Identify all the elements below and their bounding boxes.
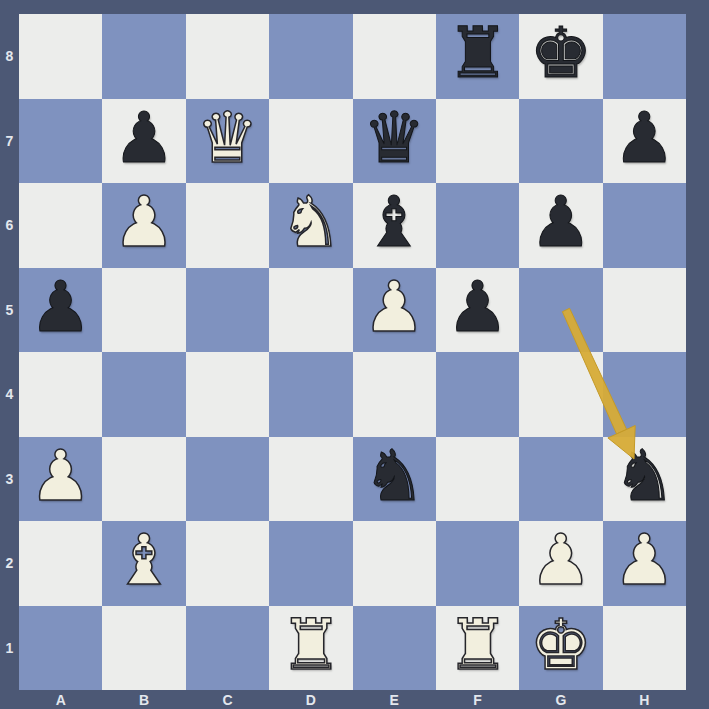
square-b7[interactable]: ♟ <box>102 99 185 184</box>
square-e3[interactable]: ♞ <box>353 437 436 522</box>
square-b5[interactable] <box>102 268 185 353</box>
square-h7[interactable]: ♟ <box>603 99 686 184</box>
black-knight[interactable]: ♞ <box>363 441 426 511</box>
white-pawn[interactable]: ♟ <box>530 525 593 595</box>
square-d1[interactable]: ♜ <box>269 606 352 691</box>
square-d5[interactable] <box>269 268 352 353</box>
square-b4[interactable] <box>102 352 185 437</box>
square-h4[interactable] <box>603 352 686 437</box>
square-f7[interactable] <box>436 99 519 184</box>
square-h2[interactable]: ♟ <box>603 521 686 606</box>
chess-board: 87654321 ABCDEFGH ♜♚♟♛♛♟♟♞♝♟♟♟♟♟♞♞♝♟♟♜♜♚ <box>0 0 709 709</box>
square-e1[interactable] <box>353 606 436 691</box>
square-b3[interactable] <box>102 437 185 522</box>
rank-label-8: 8 <box>0 14 19 99</box>
square-c6[interactable] <box>186 183 269 268</box>
square-c2[interactable] <box>186 521 269 606</box>
black-knight[interactable]: ♞ <box>613 441 676 511</box>
square-g1[interactable]: ♚ <box>519 606 602 691</box>
square-h8[interactable] <box>603 14 686 99</box>
square-h5[interactable] <box>603 268 686 353</box>
square-a1[interactable] <box>19 606 102 691</box>
square-d7[interactable] <box>269 99 352 184</box>
file-label-e: E <box>353 690 436 709</box>
square-g5[interactable] <box>519 268 602 353</box>
square-a3[interactable]: ♟ <box>19 437 102 522</box>
white-queen[interactable]: ♛ <box>196 103 259 173</box>
rank-labels: 87654321 <box>0 14 19 690</box>
white-king[interactable]: ♚ <box>530 610 593 680</box>
square-f3[interactable] <box>436 437 519 522</box>
black-pawn[interactable]: ♟ <box>613 103 676 173</box>
rank-label-5: 5 <box>0 268 19 353</box>
white-bishop[interactable]: ♝ <box>113 525 176 595</box>
square-d2[interactable] <box>269 521 352 606</box>
square-d6[interactable]: ♞ <box>269 183 352 268</box>
square-c8[interactable] <box>186 14 269 99</box>
white-pawn[interactable]: ♟ <box>363 272 426 342</box>
square-h6[interactable] <box>603 183 686 268</box>
square-e4[interactable] <box>353 352 436 437</box>
white-pawn[interactable]: ♟ <box>113 187 176 257</box>
square-e8[interactable] <box>353 14 436 99</box>
black-pawn[interactable]: ♟ <box>113 103 176 173</box>
file-label-g: G <box>519 690 602 709</box>
square-f6[interactable] <box>436 183 519 268</box>
white-pawn[interactable]: ♟ <box>29 441 92 511</box>
square-a6[interactable] <box>19 183 102 268</box>
white-rook[interactable]: ♜ <box>446 610 509 680</box>
file-label-d: D <box>269 690 352 709</box>
square-d8[interactable] <box>269 14 352 99</box>
black-queen[interactable]: ♛ <box>363 103 426 173</box>
file-label-a: A <box>19 690 102 709</box>
square-c5[interactable] <box>186 268 269 353</box>
square-a7[interactable] <box>19 99 102 184</box>
rank-label-4: 4 <box>0 352 19 437</box>
black-bishop[interactable]: ♝ <box>363 187 426 257</box>
rank-label-2: 2 <box>0 521 19 606</box>
square-d4[interactable] <box>269 352 352 437</box>
square-a5[interactable]: ♟ <box>19 268 102 353</box>
square-g8[interactable]: ♚ <box>519 14 602 99</box>
black-pawn[interactable]: ♟ <box>29 272 92 342</box>
square-b6[interactable]: ♟ <box>102 183 185 268</box>
file-labels: ABCDEFGH <box>19 690 686 709</box>
square-b1[interactable] <box>102 606 185 691</box>
black-pawn[interactable]: ♟ <box>530 187 593 257</box>
square-g6[interactable]: ♟ <box>519 183 602 268</box>
rank-label-1: 1 <box>0 606 19 691</box>
square-e7[interactable]: ♛ <box>353 99 436 184</box>
square-e6[interactable]: ♝ <box>353 183 436 268</box>
rank-label-7: 7 <box>0 99 19 184</box>
square-d3[interactable] <box>269 437 352 522</box>
square-f1[interactable]: ♜ <box>436 606 519 691</box>
square-b8[interactable] <box>102 14 185 99</box>
square-g4[interactable] <box>519 352 602 437</box>
rank-label-6: 6 <box>0 183 19 268</box>
square-f2[interactable] <box>436 521 519 606</box>
black-rook[interactable]: ♜ <box>446 18 509 88</box>
board-grid: ♜♚♟♛♛♟♟♞♝♟♟♟♟♟♞♞♝♟♟♜♜♚ <box>19 14 686 690</box>
square-g7[interactable] <box>519 99 602 184</box>
file-label-c: C <box>186 690 269 709</box>
white-rook[interactable]: ♜ <box>279 610 342 680</box>
file-label-h: H <box>603 690 686 709</box>
square-e2[interactable] <box>353 521 436 606</box>
black-pawn[interactable]: ♟ <box>446 272 509 342</box>
square-c4[interactable] <box>186 352 269 437</box>
square-b2[interactable]: ♝ <box>102 521 185 606</box>
square-h3[interactable]: ♞ <box>603 437 686 522</box>
square-f8[interactable]: ♜ <box>436 14 519 99</box>
square-a2[interactable] <box>19 521 102 606</box>
square-g2[interactable]: ♟ <box>519 521 602 606</box>
file-label-f: F <box>436 690 519 709</box>
square-g3[interactable] <box>519 437 602 522</box>
file-label-b: B <box>102 690 185 709</box>
square-a8[interactable] <box>19 14 102 99</box>
black-king[interactable]: ♚ <box>530 18 593 88</box>
square-c1[interactable] <box>186 606 269 691</box>
square-f5[interactable]: ♟ <box>436 268 519 353</box>
rank-label-3: 3 <box>0 437 19 522</box>
square-f4[interactable] <box>436 352 519 437</box>
white-pawn[interactable]: ♟ <box>613 525 676 595</box>
square-a4[interactable] <box>19 352 102 437</box>
square-h1[interactable] <box>603 606 686 691</box>
square-c7[interactable]: ♛ <box>186 99 269 184</box>
white-knight[interactable]: ♞ <box>279 187 342 257</box>
square-c3[interactable] <box>186 437 269 522</box>
square-e5[interactable]: ♟ <box>353 268 436 353</box>
